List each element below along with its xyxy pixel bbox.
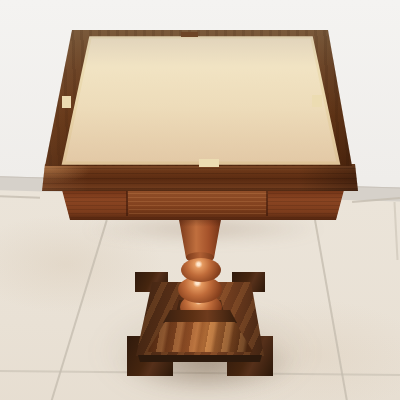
chess-board (62, 36, 341, 164)
board-back-notch (181, 32, 198, 37)
board-front-notch (199, 159, 219, 167)
board-maple-border (62, 36, 341, 164)
base-plate-edge (134, 355, 266, 363)
column-ball-top (181, 258, 221, 282)
base-step-upper (163, 310, 237, 323)
board-squares-grid (66, 39, 337, 162)
photo-of-chess-table (0, 0, 400, 400)
drawer-front (125, 188, 270, 218)
board-right-notch (312, 95, 322, 107)
drawer-seam (266, 190, 268, 216)
drawer-seam (126, 190, 128, 216)
board-left-notch (62, 96, 71, 108)
square-h1 (66, 39, 337, 162)
